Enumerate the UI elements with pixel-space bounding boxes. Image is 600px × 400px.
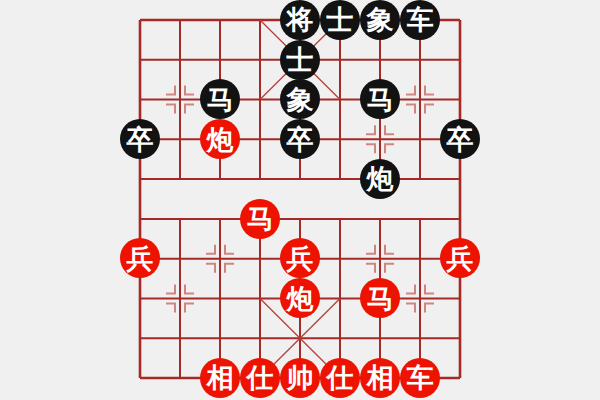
board-point[interactable] — [440, 80, 480, 120]
board-point[interactable]: 马 — [360, 278, 400, 318]
red-advisor[interactable]: 仕 — [240, 358, 280, 398]
red-soldier[interactable]: 兵 — [440, 238, 480, 278]
board-point[interactable] — [320, 199, 360, 239]
board-point[interactable] — [360, 119, 400, 159]
board-point[interactable] — [320, 80, 360, 120]
board-point[interactable] — [160, 119, 200, 159]
board-point[interactable] — [360, 199, 400, 239]
board-point[interactable]: 相 — [200, 358, 240, 398]
board-point[interactable] — [400, 159, 440, 199]
board-point[interactable] — [320, 278, 360, 318]
board-point[interactable] — [360, 239, 400, 279]
red-general[interactable]: 帅 — [280, 358, 320, 398]
board-point[interactable]: 象 — [360, 0, 400, 40]
board-point[interactable]: 象 — [280, 80, 320, 120]
board-point[interactable] — [400, 119, 440, 159]
board-point[interactable]: 车 — [400, 358, 440, 398]
red-cannon[interactable]: 炮 — [280, 278, 320, 318]
black-chariot[interactable]: 车 — [400, 0, 440, 40]
red-cannon[interactable]: 炮 — [200, 119, 240, 159]
board-point[interactable] — [240, 0, 280, 40]
board-point[interactable] — [400, 80, 440, 120]
black-advisor[interactable]: 士 — [280, 40, 320, 80]
board-point[interactable] — [400, 40, 440, 80]
board-point[interactable] — [440, 199, 480, 239]
board-point[interactable] — [400, 199, 440, 239]
board-point[interactable] — [280, 159, 320, 199]
board-point[interactable]: 帅 — [280, 358, 320, 398]
board-point[interactable] — [240, 119, 280, 159]
black-elephant[interactable]: 象 — [360, 0, 400, 40]
board-point[interactable] — [200, 239, 240, 279]
board-point[interactable]: 马 — [200, 80, 240, 120]
board-point[interactable] — [120, 278, 160, 318]
board-point[interactable] — [160, 40, 200, 80]
board-point[interactable] — [400, 318, 440, 358]
black-horse[interactable]: 马 — [200, 79, 240, 119]
board-point[interactable] — [320, 40, 360, 80]
board-point[interactable]: 仕 — [240, 358, 280, 398]
board-point[interactable] — [240, 318, 280, 358]
board-point[interactable] — [160, 80, 200, 120]
board-point[interactable] — [200, 199, 240, 239]
board-point[interactable] — [440, 159, 480, 199]
board-point[interactable] — [160, 358, 200, 398]
board-point[interactable]: 兵 — [280, 239, 320, 279]
board-point[interactable] — [240, 159, 280, 199]
board-point[interactable]: 炮 — [360, 159, 400, 199]
black-soldier[interactable]: 卒 — [280, 119, 320, 159]
board-point[interactable] — [440, 0, 480, 40]
board-point[interactable] — [320, 318, 360, 358]
board-point[interactable] — [120, 80, 160, 120]
red-soldier[interactable]: 兵 — [120, 238, 160, 278]
board-point[interactable] — [240, 40, 280, 80]
red-horse[interactable]: 马 — [360, 278, 400, 318]
board-point[interactable] — [320, 239, 360, 279]
board-point[interactable]: 炮 — [280, 278, 320, 318]
board-point[interactable] — [200, 0, 240, 40]
board-point[interactable]: 兵 — [120, 239, 160, 279]
board-point[interactable] — [160, 159, 200, 199]
black-soldier[interactable]: 卒 — [120, 119, 160, 159]
board-point[interactable] — [240, 80, 280, 120]
black-horse[interactable]: 马 — [360, 79, 400, 119]
red-advisor[interactable]: 仕 — [320, 358, 360, 398]
board-point[interactable] — [160, 0, 200, 40]
board-point[interactable] — [200, 40, 240, 80]
red-soldier[interactable]: 兵 — [280, 238, 320, 278]
board-point[interactable] — [120, 318, 160, 358]
board-point[interactable] — [360, 40, 400, 80]
board-point[interactable] — [320, 159, 360, 199]
black-cannon[interactable]: 炮 — [360, 159, 400, 199]
board-point[interactable] — [200, 318, 240, 358]
board-point[interactable]: 马 — [240, 199, 280, 239]
board-point[interactable] — [240, 239, 280, 279]
board-point[interactable]: 卒 — [440, 119, 480, 159]
board-point[interactable]: 卒 — [120, 119, 160, 159]
board-point[interactable] — [200, 278, 240, 318]
black-elephant[interactable]: 象 — [280, 79, 320, 119]
board-point[interactable]: 仕 — [320, 358, 360, 398]
red-elephant[interactable]: 相 — [360, 358, 400, 398]
board-point[interactable] — [120, 358, 160, 398]
board-point[interactable] — [440, 278, 480, 318]
board-intersections: 将士象车士马象马卒炮卒卒炮马兵兵兵炮马相仕帅仕相车 — [120, 0, 480, 398]
board-point[interactable] — [440, 318, 480, 358]
board-point[interactable]: 将 — [280, 0, 320, 40]
xiangqi-board: 将士象车士马象马卒炮卒卒炮马兵兵兵炮马相仕帅仕相车 — [0, 0, 600, 400]
board-point[interactable] — [400, 278, 440, 318]
board-point[interactable] — [120, 0, 160, 40]
board-point[interactable] — [320, 119, 360, 159]
board-point[interactable] — [440, 40, 480, 80]
red-horse[interactable]: 马 — [240, 199, 280, 239]
board-point[interactable]: 炮 — [200, 119, 240, 159]
board-point[interactable] — [160, 199, 200, 239]
black-soldier[interactable]: 卒 — [440, 119, 480, 159]
board-point[interactable] — [280, 318, 320, 358]
board-point[interactable] — [160, 318, 200, 358]
board-point[interactable] — [120, 40, 160, 80]
red-elephant[interactable]: 相 — [200, 358, 240, 398]
board-point[interactable] — [280, 199, 320, 239]
board-point[interactable]: 卒 — [280, 119, 320, 159]
board-point[interactable] — [120, 159, 160, 199]
board-point[interactable] — [440, 358, 480, 398]
board-point[interactable] — [400, 239, 440, 279]
board-point[interactable] — [160, 278, 200, 318]
black-advisor[interactable]: 士 — [320, 0, 360, 40]
board-point[interactable]: 兵 — [440, 239, 480, 279]
board-point[interactable]: 车 — [400, 0, 440, 40]
board-point[interactable] — [160, 239, 200, 279]
black-general[interactable]: 将 — [280, 0, 320, 40]
board-point[interactable] — [360, 318, 400, 358]
board-point[interactable]: 士 — [280, 40, 320, 80]
board-point[interactable] — [240, 278, 280, 318]
red-chariot[interactable]: 车 — [400, 358, 440, 398]
board-point[interactable]: 相 — [360, 358, 400, 398]
board-point[interactable]: 士 — [320, 0, 360, 40]
board-point[interactable] — [120, 199, 160, 239]
board-point[interactable]: 马 — [360, 80, 400, 120]
board-point[interactable] — [200, 159, 240, 199]
